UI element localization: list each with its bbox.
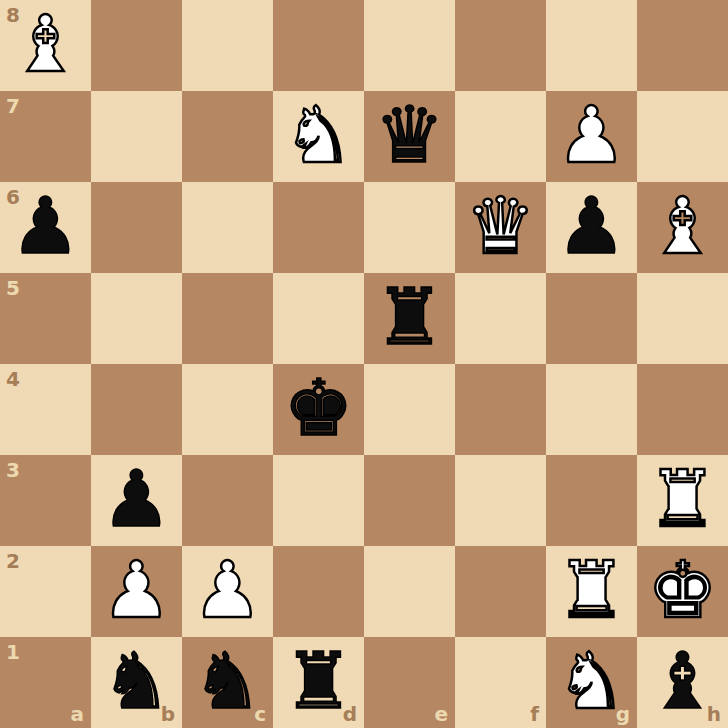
- piece-white-pawn-c2[interactable]: ♟: [182, 546, 273, 637]
- rank-label-3: 3: [6, 460, 20, 480]
- square-g7[interactable]: ♟: [546, 91, 637, 182]
- square-b8[interactable]: [91, 0, 182, 91]
- square-c3[interactable]: [182, 455, 273, 546]
- square-b5[interactable]: [91, 273, 182, 364]
- square-f5[interactable]: [455, 273, 546, 364]
- square-h7[interactable]: [637, 91, 728, 182]
- piece-black-pawn-g6[interactable]: ♟: [546, 182, 637, 273]
- rank-label-4: 4: [6, 369, 20, 389]
- square-a3[interactable]: 3: [0, 455, 91, 546]
- piece-white-pawn-b2[interactable]: ♟: [91, 546, 182, 637]
- square-c8[interactable]: [182, 0, 273, 91]
- piece-white-knight-g1[interactable]: ♞: [546, 637, 637, 728]
- square-h1[interactable]: h♝: [637, 637, 728, 728]
- piece-white-rook-h3[interactable]: ♜: [637, 455, 728, 546]
- square-h6[interactable]: ♝: [637, 182, 728, 273]
- square-a6[interactable]: 6♟: [0, 182, 91, 273]
- square-f3[interactable]: [455, 455, 546, 546]
- piece-black-bishop-h1[interactable]: ♝: [637, 637, 728, 728]
- square-a1[interactable]: 1a: [0, 637, 91, 728]
- square-h3[interactable]: ♜: [637, 455, 728, 546]
- piece-black-queen-e7[interactable]: ♛: [364, 91, 455, 182]
- rank-label-2: 2: [6, 551, 20, 571]
- square-e5[interactable]: ♜: [364, 273, 455, 364]
- square-b7[interactable]: [91, 91, 182, 182]
- square-d5[interactable]: [273, 273, 364, 364]
- square-g3[interactable]: [546, 455, 637, 546]
- square-h5[interactable]: [637, 273, 728, 364]
- square-b2[interactable]: ♟: [91, 546, 182, 637]
- square-g6[interactable]: ♟: [546, 182, 637, 273]
- piece-black-pawn-b3[interactable]: ♟: [91, 455, 182, 546]
- piece-white-king-h2[interactable]: ♚: [637, 546, 728, 637]
- piece-white-bishop-a8[interactable]: ♝: [0, 0, 91, 91]
- square-e6[interactable]: [364, 182, 455, 273]
- piece-white-queen-f6[interactable]: ♛: [455, 182, 546, 273]
- rank-label-7: 7: [6, 96, 20, 116]
- square-e1[interactable]: e: [364, 637, 455, 728]
- square-g8[interactable]: [546, 0, 637, 91]
- square-h4[interactable]: [637, 364, 728, 455]
- piece-white-rook-g2[interactable]: ♜: [546, 546, 637, 637]
- square-d1[interactable]: d♜: [273, 637, 364, 728]
- square-a5[interactable]: 5: [0, 273, 91, 364]
- square-f6[interactable]: ♛: [455, 182, 546, 273]
- piece-white-bishop-h6[interactable]: ♝: [637, 182, 728, 273]
- square-d6[interactable]: [273, 182, 364, 273]
- square-f4[interactable]: [455, 364, 546, 455]
- square-f2[interactable]: [455, 546, 546, 637]
- square-f8[interactable]: [455, 0, 546, 91]
- square-c2[interactable]: ♟: [182, 546, 273, 637]
- square-g5[interactable]: [546, 273, 637, 364]
- square-d7[interactable]: ♞: [273, 91, 364, 182]
- square-e3[interactable]: [364, 455, 455, 546]
- square-a4[interactable]: 4: [0, 364, 91, 455]
- square-b1[interactable]: b♞: [91, 637, 182, 728]
- piece-black-rook-e5[interactable]: ♜: [364, 273, 455, 364]
- rank-label-5: 5: [6, 278, 20, 298]
- piece-black-knight-b1[interactable]: ♞: [91, 637, 182, 728]
- square-g2[interactable]: ♜: [546, 546, 637, 637]
- file-label-a: a: [71, 704, 85, 724]
- square-b3[interactable]: ♟: [91, 455, 182, 546]
- square-e2[interactable]: [364, 546, 455, 637]
- chess-board: 8♝7♞♛♟6♟♛♟♝5♜4♚3♟♜2♟♟♜♚1ab♞c♞d♜efg♞h♝: [0, 0, 728, 728]
- square-b6[interactable]: [91, 182, 182, 273]
- square-g1[interactable]: g♞: [546, 637, 637, 728]
- piece-black-rook-d1[interactable]: ♜: [273, 637, 364, 728]
- square-a7[interactable]: 7: [0, 91, 91, 182]
- square-e7[interactable]: ♛: [364, 91, 455, 182]
- square-c7[interactable]: [182, 91, 273, 182]
- square-e8[interactable]: [364, 0, 455, 91]
- piece-black-knight-c1[interactable]: ♞: [182, 637, 273, 728]
- square-a8[interactable]: 8♝: [0, 0, 91, 91]
- square-e4[interactable]: [364, 364, 455, 455]
- square-g4[interactable]: [546, 364, 637, 455]
- file-label-f: f: [530, 704, 539, 724]
- square-h2[interactable]: ♚: [637, 546, 728, 637]
- square-b4[interactable]: [91, 364, 182, 455]
- square-d2[interactable]: [273, 546, 364, 637]
- square-d3[interactable]: [273, 455, 364, 546]
- square-h8[interactable]: [637, 0, 728, 91]
- piece-white-pawn-g7[interactable]: ♟: [546, 91, 637, 182]
- square-a2[interactable]: 2: [0, 546, 91, 637]
- square-c5[interactable]: [182, 273, 273, 364]
- piece-white-knight-d7[interactable]: ♞: [273, 91, 364, 182]
- square-f1[interactable]: f: [455, 637, 546, 728]
- chess-board-container: 8♝7♞♛♟6♟♛♟♝5♜4♚3♟♜2♟♟♜♚1ab♞c♞d♜efg♞h♝: [0, 0, 728, 728]
- square-c4[interactable]: [182, 364, 273, 455]
- square-d8[interactable]: [273, 0, 364, 91]
- square-c1[interactable]: c♞: [182, 637, 273, 728]
- piece-black-pawn-a6[interactable]: ♟: [0, 182, 91, 273]
- square-c6[interactable]: [182, 182, 273, 273]
- square-d4[interactable]: ♚: [273, 364, 364, 455]
- file-label-e: e: [434, 704, 448, 724]
- rank-label-1: 1: [6, 642, 20, 662]
- piece-black-king-d4[interactable]: ♚: [273, 364, 364, 455]
- square-f7[interactable]: [455, 91, 546, 182]
